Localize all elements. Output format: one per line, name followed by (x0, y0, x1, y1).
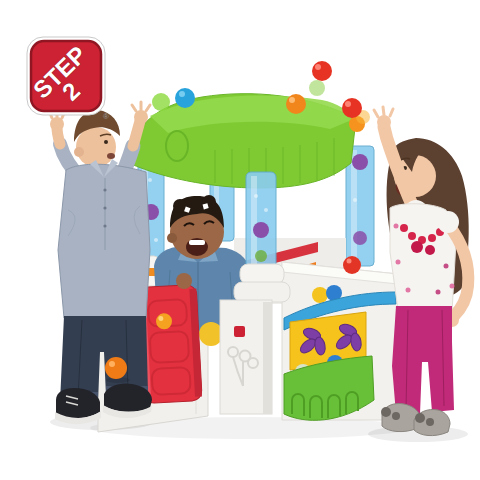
ball-purple-in-column (253, 222, 269, 238)
ball-run-section (282, 256, 398, 420)
registered-mark: ® (103, 112, 109, 121)
ball-purple-in-column (352, 154, 368, 170)
product-photo: STEP 2 ® (0, 0, 480, 480)
ball-yellow-lap (199, 322, 223, 346)
ball-orange (286, 94, 306, 114)
boy-mouth (107, 153, 115, 159)
boy-left-forearm (133, 121, 140, 146)
boy-shirt (58, 164, 150, 318)
ball-green (152, 93, 170, 111)
ball-green-blur (309, 80, 325, 96)
ball-red-on-ledge (343, 256, 361, 274)
baby-hand-on-door (176, 273, 192, 289)
step2-logo: STEP 2 ® (27, 37, 109, 121)
ball-blue (175, 88, 195, 108)
boy-eye (104, 140, 108, 144)
ball-purple-in-column (353, 231, 367, 245)
mini-step2-logo (234, 326, 245, 337)
ball-yellow-on-track (312, 287, 328, 303)
column-front-center (246, 172, 276, 268)
door-red (138, 285, 202, 404)
ball-green-in-column (255, 250, 267, 262)
ball-red (312, 61, 332, 81)
ball-red (342, 98, 362, 118)
girl-pants (392, 306, 454, 414)
scene: STEP 2 ® (0, 0, 480, 480)
